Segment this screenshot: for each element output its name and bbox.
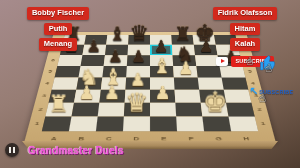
square-f5[interactable]: ♟ xyxy=(173,66,198,78)
white-result-label: Menang xyxy=(39,38,77,51)
square-c3[interactable]: ♟ xyxy=(99,90,125,103)
file-label-d: D xyxy=(122,136,150,141)
square-f1[interactable] xyxy=(176,117,204,132)
square-f4[interactable] xyxy=(174,78,199,90)
video-title: Grandmaster Duels xyxy=(28,145,124,156)
black-player-name: Fidrik Olafsson xyxy=(213,7,278,20)
white-pawn-f5[interactable]: ♟ xyxy=(174,60,198,77)
square-g2[interactable]: ♚ xyxy=(201,103,229,117)
square-c1[interactable] xyxy=(96,117,124,132)
square-h5[interactable] xyxy=(220,66,246,78)
square-c2[interactable] xyxy=(98,103,125,117)
white-pawn-d4[interactable]: ♟ xyxy=(125,72,150,89)
square-d6[interactable]: ♟ xyxy=(127,55,150,66)
white-player-panel: Bobby Fischer Putih Menang xyxy=(6,7,110,51)
black-color-label: Hitam xyxy=(230,23,261,36)
white-pawn-e3[interactable]: ♟ xyxy=(150,84,175,102)
square-d1[interactable] xyxy=(123,117,150,132)
file-label-a: A xyxy=(39,136,68,141)
square-c6[interactable]: ♟ xyxy=(104,55,128,66)
square-b2[interactable] xyxy=(71,103,99,117)
square-f3[interactable] xyxy=(175,90,201,103)
black-pawn-d6[interactable]: ♟ xyxy=(127,49,150,65)
square-b3[interactable]: ♟ xyxy=(74,90,101,103)
square-f2[interactable] xyxy=(175,103,202,117)
game-screen: 87654321 87654321 ♜♝♛♜♚♟♟♟♟♟♟♞♟♝♟♞♝♟♟♟♟♜… xyxy=(0,0,300,168)
file-label-g: G xyxy=(205,136,233,141)
subscribe-watermark: ↖ SUBSCRIBE xyxy=(249,86,293,97)
black-queen-d8[interactable]: ♛ xyxy=(128,23,150,45)
square-h2[interactable] xyxy=(226,103,255,117)
rank-label-1: 1 xyxy=(256,117,271,132)
black-rook-f8[interactable]: ♜ xyxy=(172,25,194,44)
square-a2[interactable]: ♜ xyxy=(45,103,74,117)
arrow-up-left-icon: ↖ xyxy=(249,86,258,97)
square-d2[interactable]: ♛ xyxy=(124,103,150,117)
youtube-play-icon xyxy=(216,57,228,66)
square-e3[interactable]: ♟ xyxy=(150,90,175,103)
white-color-label: Putih xyxy=(44,23,73,36)
pause-button[interactable] xyxy=(5,143,19,157)
square-e5[interactable]: ♝ xyxy=(150,66,174,78)
file-labels: ABCDEFGH xyxy=(39,136,260,141)
white-rook-a2[interactable]: ♜ xyxy=(45,93,71,116)
file-label-c: C xyxy=(95,136,123,141)
white-pawn-b3[interactable]: ♟ xyxy=(74,84,99,102)
square-b1[interactable] xyxy=(69,117,98,132)
square-g1[interactable] xyxy=(202,117,231,132)
white-pawn-c3[interactable]: ♟ xyxy=(99,84,124,102)
black-result-label: Kalah xyxy=(230,38,260,51)
white-player-name: Bobby Fischer xyxy=(27,7,89,20)
file-label-e: E xyxy=(150,136,178,141)
white-bishop-e5[interactable]: ♝ xyxy=(150,56,174,77)
file-label-h: H xyxy=(232,136,261,141)
square-a6[interactable] xyxy=(57,55,82,66)
square-a1[interactable] xyxy=(42,117,72,132)
square-e1[interactable] xyxy=(150,117,177,132)
file-label-b: B xyxy=(67,136,95,141)
black-pawn-e7[interactable]: ♟ xyxy=(150,39,172,55)
square-d8[interactable]: ♛ xyxy=(128,35,150,45)
square-e2[interactable] xyxy=(150,103,176,117)
white-queen-d2[interactable]: ♛ xyxy=(124,90,150,116)
square-b6[interactable] xyxy=(80,55,104,66)
square-h1[interactable] xyxy=(229,117,259,132)
file-label-f: F xyxy=(177,136,205,141)
white-king-g2[interactable]: ♚ xyxy=(202,89,228,116)
square-g5[interactable] xyxy=(196,66,221,78)
black-pawn-c6[interactable]: ♟ xyxy=(104,49,127,65)
